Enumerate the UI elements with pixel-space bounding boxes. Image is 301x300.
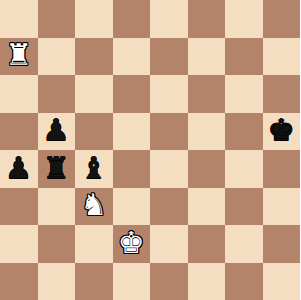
square-d4[interactable] bbox=[113, 150, 151, 188]
square-h8[interactable] bbox=[263, 0, 301, 38]
square-h2[interactable] bbox=[263, 225, 301, 263]
square-b1[interactable] bbox=[38, 263, 76, 300]
square-g5[interactable] bbox=[225, 113, 263, 151]
white-knight[interactable]: ♞ bbox=[80, 190, 107, 220]
square-b8[interactable] bbox=[38, 0, 76, 38]
square-c5[interactable] bbox=[75, 113, 113, 151]
square-d3[interactable] bbox=[113, 188, 151, 226]
square-g6[interactable] bbox=[225, 75, 263, 113]
square-e5[interactable] bbox=[150, 113, 188, 151]
square-e4[interactable] bbox=[150, 150, 188, 188]
square-a1[interactable] bbox=[0, 263, 38, 300]
black-king[interactable]: ♚ bbox=[268, 115, 295, 145]
square-d5[interactable] bbox=[113, 113, 151, 151]
black-rook[interactable]: ♜ bbox=[43, 153, 70, 183]
square-g4[interactable] bbox=[225, 150, 263, 188]
black-pawn[interactable]: ♟ bbox=[5, 153, 32, 183]
square-b6[interactable] bbox=[38, 75, 76, 113]
square-c3[interactable]: ♞ bbox=[75, 188, 113, 226]
square-h1[interactable] bbox=[263, 263, 301, 300]
square-f6[interactable] bbox=[188, 75, 226, 113]
square-h4[interactable] bbox=[263, 150, 301, 188]
square-f5[interactable] bbox=[188, 113, 226, 151]
square-e7[interactable] bbox=[150, 38, 188, 76]
square-g3[interactable] bbox=[225, 188, 263, 226]
square-f3[interactable] bbox=[188, 188, 226, 226]
square-b2[interactable] bbox=[38, 225, 76, 263]
square-f4[interactable] bbox=[188, 150, 226, 188]
square-c6[interactable] bbox=[75, 75, 113, 113]
square-a4[interactable]: ♟ bbox=[0, 150, 38, 188]
square-c4[interactable]: ♝ bbox=[75, 150, 113, 188]
square-g7[interactable] bbox=[225, 38, 263, 76]
square-d2[interactable]: ♚ bbox=[113, 225, 151, 263]
square-f2[interactable] bbox=[188, 225, 226, 263]
black-pawn[interactable]: ♟ bbox=[43, 115, 70, 145]
square-a5[interactable] bbox=[0, 113, 38, 151]
square-a8[interactable] bbox=[0, 0, 38, 38]
square-b4[interactable]: ♜ bbox=[38, 150, 76, 188]
square-f7[interactable] bbox=[188, 38, 226, 76]
square-d6[interactable] bbox=[113, 75, 151, 113]
white-rook[interactable]: ♜ bbox=[5, 40, 32, 70]
square-e2[interactable] bbox=[150, 225, 188, 263]
chess-board: ♜♟♚♟♜♝♞♚ bbox=[0, 0, 300, 300]
square-f1[interactable] bbox=[188, 263, 226, 300]
square-d8[interactable] bbox=[113, 0, 151, 38]
square-c1[interactable] bbox=[75, 263, 113, 300]
square-f8[interactable] bbox=[188, 0, 226, 38]
square-g1[interactable] bbox=[225, 263, 263, 300]
square-c7[interactable] bbox=[75, 38, 113, 76]
square-a6[interactable] bbox=[0, 75, 38, 113]
square-c8[interactable] bbox=[75, 0, 113, 38]
square-h5[interactable]: ♚ bbox=[263, 113, 301, 151]
square-h6[interactable] bbox=[263, 75, 301, 113]
square-b3[interactable] bbox=[38, 188, 76, 226]
square-g2[interactable] bbox=[225, 225, 263, 263]
square-b5[interactable]: ♟ bbox=[38, 113, 76, 151]
square-h7[interactable] bbox=[263, 38, 301, 76]
square-c2[interactable] bbox=[75, 225, 113, 263]
black-bishop[interactable]: ♝ bbox=[80, 153, 107, 183]
square-g8[interactable] bbox=[225, 0, 263, 38]
square-d1[interactable] bbox=[113, 263, 151, 300]
square-a7[interactable]: ♜ bbox=[0, 38, 38, 76]
square-d7[interactable] bbox=[113, 38, 151, 76]
square-a3[interactable] bbox=[0, 188, 38, 226]
square-h3[interactable] bbox=[263, 188, 301, 226]
square-e3[interactable] bbox=[150, 188, 188, 226]
square-e6[interactable] bbox=[150, 75, 188, 113]
white-king[interactable]: ♚ bbox=[118, 228, 145, 258]
square-e1[interactable] bbox=[150, 263, 188, 300]
square-b7[interactable] bbox=[38, 38, 76, 76]
square-e8[interactable] bbox=[150, 0, 188, 38]
square-a2[interactable] bbox=[0, 225, 38, 263]
